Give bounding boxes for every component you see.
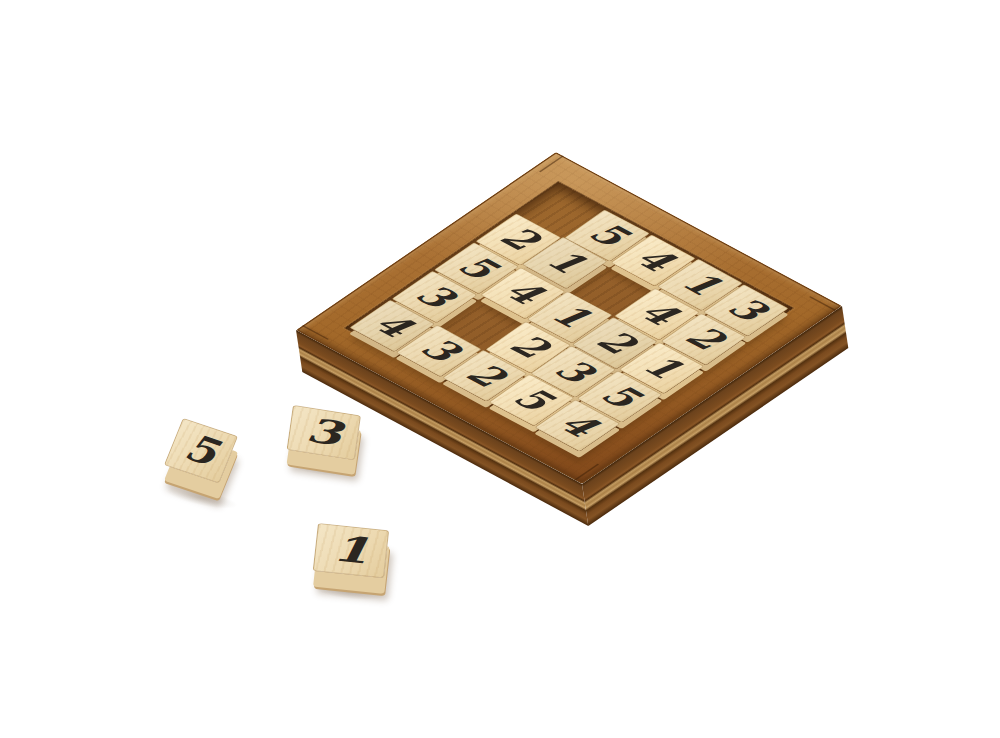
loose-tile-shadow (303, 578, 396, 606)
tile-digit: 3 (407, 278, 465, 314)
loose-tile-3[interactable]: 3 (287, 405, 361, 460)
tile-digit: 5 (592, 378, 650, 414)
tile-digit: 3 (546, 353, 604, 389)
tile-digit: 2 (500, 328, 558, 364)
tile-digit: 1 (672, 266, 730, 302)
tile-digit: 4 (550, 406, 608, 442)
tile-digit: 5 (504, 381, 562, 417)
frame-joint-seam (809, 296, 836, 311)
tile-digit: 2 (676, 320, 734, 356)
tile-digit: 2 (457, 357, 515, 393)
loose-tile-1[interactable]: 1 (313, 523, 390, 578)
tile-digit: 5 (579, 216, 637, 252)
tile-digit: 2 (588, 324, 646, 360)
tile-digit: 3 (304, 409, 344, 453)
tile-digit: 4 (364, 307, 422, 343)
tile-digit: 4 (495, 274, 553, 310)
tile-digit: 4 (630, 295, 688, 331)
tile-digit: 5 (449, 249, 507, 285)
tile-digit: 5 (179, 424, 224, 474)
tile-digit: 4 (626, 241, 684, 277)
loose-tile-shadow (153, 478, 251, 518)
photo-stage: 5413214254121323543254 5 3 1 (0, 0, 1000, 738)
loose-tile-5[interactable]: 5 (164, 418, 238, 483)
tile-digit: 1 (331, 527, 372, 572)
tile-digit: 3 (718, 291, 776, 327)
tile-digit: 3 (411, 332, 469, 368)
puzzle-board: 5413214254121323543254 (296, 152, 842, 484)
tile-digit: 1 (537, 244, 595, 280)
tile-digit: 1 (634, 349, 692, 385)
tile-digit: 1 (542, 298, 600, 334)
frame-joint-seam (539, 155, 564, 172)
